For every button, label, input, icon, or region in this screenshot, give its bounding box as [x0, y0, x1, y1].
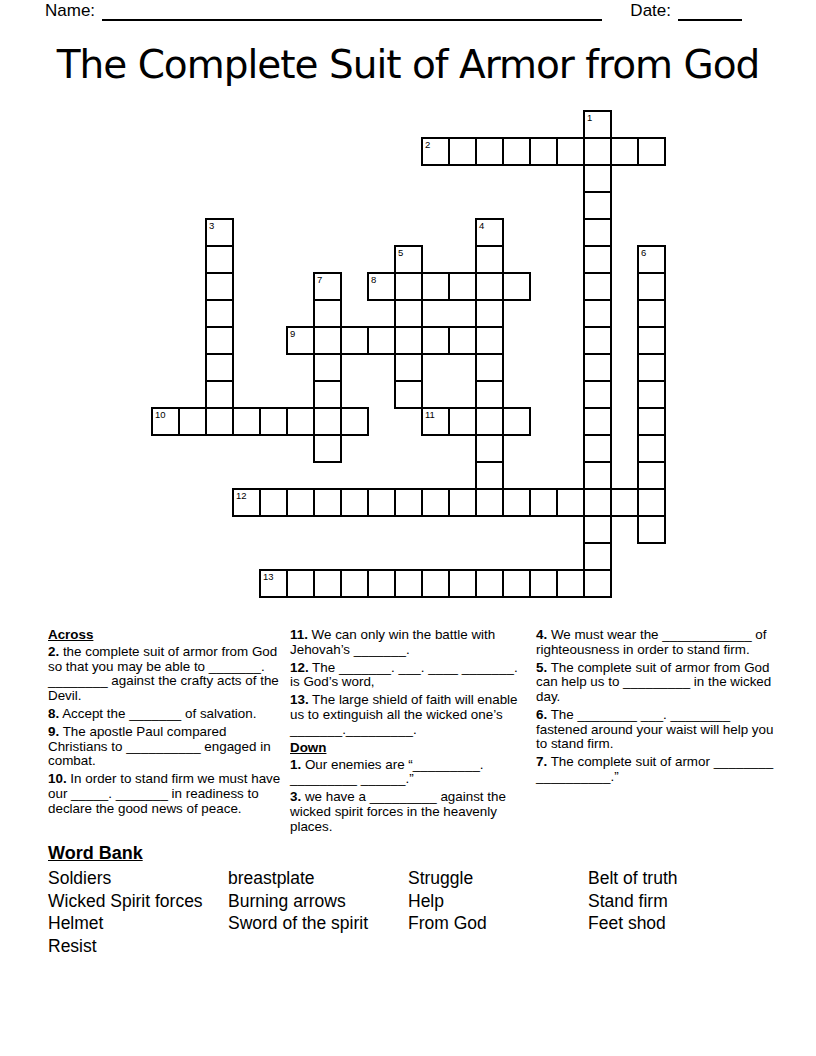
- grid-cell: [529, 488, 558, 517]
- grid-cell: [367, 488, 396, 517]
- grid-cell: [475, 488, 504, 517]
- grid-cell: 5: [394, 245, 423, 274]
- grid-cell: [205, 272, 234, 301]
- grid-cell: [637, 137, 666, 166]
- grid-cell: 1: [583, 110, 612, 139]
- page-title: The Complete Suit of Armor from God: [0, 42, 816, 87]
- grid-cell: [475, 353, 504, 382]
- grid-cell: [583, 434, 612, 463]
- grid-cell: [583, 407, 612, 436]
- grid-cell: [556, 569, 585, 598]
- word-bank-item: Helmet: [48, 912, 228, 935]
- grid-cell: 13: [259, 569, 288, 598]
- header-row: Name: Date:: [45, 1, 742, 21]
- grid-cell: [502, 407, 531, 436]
- grid-cell: [637, 407, 666, 436]
- grid-cell: [205, 407, 234, 436]
- grid-cell: [340, 488, 369, 517]
- grid-cell: [583, 380, 612, 409]
- down-clue-1: 1. Our enemies are “_________. _________…: [290, 758, 523, 787]
- clue-number: 11: [425, 409, 435, 420]
- grid-cell: [313, 299, 342, 328]
- grid-cell: 3: [205, 218, 234, 247]
- grid-cell: [583, 137, 612, 166]
- grid-cell: [421, 569, 450, 598]
- grid-cell: [637, 380, 666, 409]
- grid-cell: [340, 569, 369, 598]
- date-blank-line: [678, 2, 742, 21]
- word-bank-list: SoldiersbreastplateStruggleBelt of truth…: [48, 867, 793, 957]
- grid-cell: [313, 326, 342, 355]
- grid-cell: [475, 299, 504, 328]
- grid-cell: [313, 569, 342, 598]
- grid-cell: [475, 461, 504, 490]
- grid-cell: [637, 434, 666, 463]
- clue-number: 6: [641, 247, 646, 258]
- grid-cell: [394, 326, 423, 355]
- grid-cell: [313, 380, 342, 409]
- grid-cell: [205, 380, 234, 409]
- grid-cell: [313, 407, 342, 436]
- grid-cell: [259, 407, 288, 436]
- grid-cell: [475, 407, 504, 436]
- grid-cell: [394, 299, 423, 328]
- clue-number: 2: [425, 139, 430, 150]
- across-clue-13: 13. The large shield of faith will enabl…: [290, 693, 523, 737]
- grid-cell: [475, 434, 504, 463]
- grid-cell: [475, 245, 504, 274]
- clue-number: 7: [317, 274, 322, 285]
- grid-cell: [286, 407, 315, 436]
- grid-cell: [637, 326, 666, 355]
- grid-cell: [205, 326, 234, 355]
- clue-number: 10: [155, 409, 166, 420]
- across-clue-12: 12. The _______. ___. ____ _______. is G…: [290, 661, 523, 690]
- grid-cell: 11: [421, 407, 450, 436]
- word-bank-item: Resist: [48, 935, 228, 958]
- crossword-worksheet-page: { "game": "crossword", "title": "The Com…: [0, 0, 816, 1056]
- grid-cell: [502, 569, 531, 598]
- grid-cell: 6: [637, 245, 666, 274]
- clue-number: 4: [479, 220, 484, 231]
- grid-cell: [583, 488, 612, 517]
- down-clue-5: 5. The complete suit of armor from God c…: [536, 661, 782, 705]
- grid-cell: [421, 272, 450, 301]
- grid-cell: 10: [151, 407, 180, 436]
- name-blank-line: [102, 2, 602, 21]
- word-bank-item: Burning arrows: [228, 890, 408, 913]
- grid-cell: [637, 272, 666, 301]
- grid-cell: [232, 407, 261, 436]
- grid-cell: [421, 326, 450, 355]
- grid-cell: [394, 569, 423, 598]
- clues-column-right: 4. We must wear the ____________ of righ…: [536, 628, 782, 788]
- down-clue-4: 4. We must wear the ____________ of righ…: [536, 628, 782, 657]
- grid-cell: [637, 515, 666, 544]
- across-heading: Across: [48, 628, 288, 643]
- grid-cell: [583, 191, 612, 220]
- grid-cell: [475, 137, 504, 166]
- grid-cell: [205, 245, 234, 274]
- grid-cell: [610, 137, 639, 166]
- grid-cell: [448, 326, 477, 355]
- grid-cell: [475, 569, 504, 598]
- grid-cell: [394, 380, 423, 409]
- date-label: Date:: [630, 1, 671, 21]
- across-clue-11: 11. We can only win the battle with Jeho…: [290, 628, 523, 657]
- grid-cell: [394, 353, 423, 382]
- word-bank-item: From God: [408, 912, 588, 935]
- grid-cell: [583, 218, 612, 247]
- down-clue-6: 6. The ________ ___. ________ fastened a…: [536, 708, 782, 752]
- grid-cell: [502, 488, 531, 517]
- grid-cell: [286, 569, 315, 598]
- grid-cell: [556, 137, 585, 166]
- grid-cell: [583, 326, 612, 355]
- grid-cell: [448, 137, 477, 166]
- grid-cell: [502, 137, 531, 166]
- grid-cell: [583, 299, 612, 328]
- clue-number: 12: [236, 490, 247, 501]
- down-heading: Down: [290, 741, 523, 756]
- grid-cell: [448, 488, 477, 517]
- crossword-grid: 12345678910111213: [151, 110, 666, 598]
- grid-cell: [610, 488, 639, 517]
- grid-cell: [313, 353, 342, 382]
- grid-cell: [448, 272, 477, 301]
- across-clue-9: 9. The apostle Paul compared Christians …: [48, 725, 288, 769]
- clue-number: 8: [371, 274, 376, 285]
- word-bank-item: Struggle: [408, 867, 588, 890]
- word-bank-item: Belt of truth: [588, 867, 793, 890]
- down-clue-7: 7. The complete suit of armor ________ _…: [536, 755, 782, 784]
- name-label: Name:: [45, 1, 95, 21]
- across-clue-10: 10. In order to stand firm we must have …: [48, 772, 288, 816]
- word-bank-item: Wicked Spirit forces: [48, 890, 228, 913]
- grid-cell: [259, 488, 288, 517]
- grid-cell: [583, 461, 612, 490]
- word-bank-item: Sword of the spirit: [228, 912, 408, 935]
- clue-number: 1: [587, 112, 592, 123]
- grid-cell: [583, 353, 612, 382]
- across-clue-8: 8. Accept the _______ of salvation.: [48, 707, 288, 722]
- grid-cell: [583, 245, 612, 274]
- grid-cell: 9: [286, 326, 315, 355]
- grid-cell: [475, 326, 504, 355]
- word-bank-item: Soldiers: [48, 867, 228, 890]
- grid-cell: [313, 488, 342, 517]
- grid-cell: 2: [421, 137, 450, 166]
- clue-number: 3: [209, 220, 214, 231]
- grid-cell: [340, 326, 369, 355]
- grid-cell: [367, 326, 396, 355]
- grid-cell: [178, 407, 207, 436]
- grid-cell: [583, 164, 612, 193]
- grid-cell: [205, 299, 234, 328]
- word-bank-item: breastplate: [228, 867, 408, 890]
- grid-cell: [637, 299, 666, 328]
- grid-cell: [556, 488, 585, 517]
- grid-cell: [502, 272, 531, 301]
- grid-cell: 8: [367, 272, 396, 301]
- clue-number: 13: [263, 571, 274, 582]
- word-bank-heading: Word Bank: [48, 843, 143, 864]
- clue-number: 5: [398, 247, 403, 258]
- grid-cell: [637, 488, 666, 517]
- grid-cell: [637, 353, 666, 382]
- grid-cell: [421, 488, 450, 517]
- grid-cell: [286, 488, 315, 517]
- grid-cell: [583, 272, 612, 301]
- word-bank-item: Help: [408, 890, 588, 913]
- grid-cell: [394, 488, 423, 517]
- grid-cell: 4: [475, 218, 504, 247]
- grid-cell: [205, 353, 234, 382]
- grid-cell: [448, 569, 477, 598]
- word-bank-item: Stand firm: [588, 890, 793, 913]
- grid-cell: [475, 272, 504, 301]
- word-bank-item: Feet shod: [588, 912, 793, 935]
- across-clue-2: 2. the complete suit of armor from God s…: [48, 645, 288, 703]
- grid-cell: [583, 542, 612, 571]
- grid-cell: [448, 407, 477, 436]
- grid-cell: [529, 137, 558, 166]
- grid-cell: 12: [232, 488, 261, 517]
- grid-cell: [313, 434, 342, 463]
- clue-number: 9: [290, 328, 295, 339]
- clues-column-middle: 11. We can only win the battle with Jeho…: [290, 628, 523, 838]
- down-clue-3: 3. we have a _________ against the wicke…: [290, 790, 523, 834]
- grid-cell: [475, 380, 504, 409]
- grid-cell: [367, 569, 396, 598]
- grid-cell: [394, 272, 423, 301]
- grid-cell: [637, 461, 666, 490]
- grid-cell: 7: [313, 272, 342, 301]
- clues-column-left: Across2. the complete suit of armor from…: [48, 628, 288, 820]
- grid-cell: [583, 569, 612, 598]
- grid-cell: [583, 515, 612, 544]
- grid-cell: [340, 407, 369, 436]
- grid-cell: [529, 569, 558, 598]
